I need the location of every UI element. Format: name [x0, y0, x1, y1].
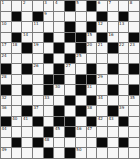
white-cell[interactable]	[129, 106, 139, 116]
black-cell	[65, 33, 75, 43]
black-cell	[65, 1, 75, 11]
clue-number: 32	[2, 96, 7, 101]
black-cell	[44, 75, 54, 85]
black-cell	[87, 22, 97, 32]
white-cell[interactable]	[119, 148, 129, 158]
clue-number: 2	[23, 1, 26, 6]
white-cell[interactable]	[129, 127, 139, 137]
clue-number: 36	[2, 106, 7, 111]
white-cell[interactable]: 16	[108, 33, 118, 43]
white-cell[interactable]: 1	[1, 1, 11, 11]
black-cell	[119, 117, 129, 127]
clue-number: 41	[23, 117, 28, 122]
white-cell[interactable]	[65, 43, 75, 53]
black-cell	[108, 106, 118, 116]
white-cell[interactable]	[22, 75, 32, 85]
white-cell[interactable]	[87, 54, 97, 64]
black-cell	[33, 138, 43, 148]
clue-number: 38	[87, 106, 92, 111]
white-cell[interactable]	[76, 117, 86, 127]
clue-number: 37	[34, 106, 39, 111]
clue-number: 1	[2, 1, 5, 6]
clue-number: 31	[87, 85, 92, 90]
black-cell	[76, 33, 86, 43]
clue-number: 18	[12, 43, 17, 48]
white-cell[interactable]	[54, 54, 64, 64]
white-cell[interactable]	[22, 138, 32, 148]
white-cell[interactable]	[33, 1, 43, 11]
white-cell[interactable]: 12	[97, 22, 107, 32]
white-cell[interactable]: 48	[44, 138, 54, 148]
white-cell[interactable]	[54, 33, 64, 43]
black-cell	[44, 33, 54, 43]
white-cell[interactable]: 44	[1, 127, 11, 137]
white-cell[interactable]	[65, 85, 75, 95]
clue-number: 30	[55, 85, 60, 90]
black-cell	[108, 85, 118, 95]
white-cell[interactable]	[119, 1, 129, 11]
clue-number: 44	[2, 127, 7, 132]
black-cell	[129, 33, 139, 43]
clue-number: 5	[76, 1, 79, 6]
white-cell[interactable]: 41	[22, 117, 32, 127]
white-cell[interactable]: 31	[87, 85, 97, 95]
white-cell[interactable]: 39	[119, 106, 129, 116]
clue-number: 28	[2, 75, 7, 80]
white-cell[interactable]	[97, 54, 107, 64]
white-cell[interactable]: 2	[22, 1, 32, 11]
white-cell[interactable]: 22	[119, 43, 129, 53]
white-cell[interactable]: 3	[44, 1, 54, 11]
white-cell[interactable]	[119, 33, 129, 43]
white-cell[interactable]	[119, 54, 129, 64]
white-cell[interactable]: 45	[54, 127, 64, 137]
white-cell[interactable]	[12, 127, 22, 137]
white-cell[interactable]: 34	[97, 96, 107, 106]
white-cell[interactable]: 28	[1, 75, 11, 85]
white-cell[interactable]: 32	[1, 96, 11, 106]
white-cell[interactable]	[44, 43, 54, 53]
white-cell[interactable]	[119, 96, 129, 106]
white-cell[interactable]: 49	[1, 148, 11, 158]
white-cell[interactable]: 30	[54, 85, 64, 95]
black-cell	[22, 85, 32, 95]
white-cell[interactable]	[119, 85, 129, 95]
white-cell[interactable]	[12, 75, 22, 85]
white-cell[interactable]	[22, 127, 32, 137]
black-cell	[54, 43, 64, 53]
white-cell[interactable]	[22, 12, 32, 22]
white-cell[interactable]: 8	[129, 1, 139, 11]
white-cell[interactable]: 18	[12, 43, 22, 53]
white-cell[interactable]	[33, 33, 43, 43]
black-cell	[129, 85, 139, 95]
white-cell[interactable]	[65, 106, 75, 116]
white-cell[interactable]	[1, 138, 11, 148]
white-cell[interactable]	[44, 117, 54, 127]
white-cell[interactable]	[1, 33, 11, 43]
black-cell	[129, 64, 139, 74]
white-cell[interactable]: 40	[12, 117, 22, 127]
black-cell	[87, 1, 97, 11]
black-cell	[76, 43, 86, 53]
white-cell[interactable]: 5	[76, 1, 86, 11]
clue-number: 46	[76, 127, 81, 132]
black-cell	[119, 138, 129, 148]
black-cell	[44, 127, 54, 137]
black-cell	[44, 148, 54, 158]
white-cell[interactable]: 33	[44, 96, 54, 106]
black-cell	[108, 64, 118, 74]
clue-number: 16	[108, 33, 113, 38]
clue-number: 39	[119, 106, 124, 111]
clue-number: 40	[12, 117, 17, 122]
black-cell	[44, 54, 54, 64]
clue-number: 35	[130, 96, 135, 101]
white-cell[interactable]	[129, 148, 139, 158]
clue-number: 10	[2, 22, 7, 27]
white-cell[interactable]	[97, 64, 107, 74]
white-cell[interactable]	[33, 127, 43, 137]
white-cell[interactable]	[12, 85, 22, 95]
white-cell[interactable]: 21	[97, 43, 107, 53]
white-cell[interactable]	[22, 54, 32, 64]
white-cell[interactable]	[65, 138, 75, 148]
clue-number: 26	[34, 64, 39, 69]
clue-number: 25	[76, 54, 81, 59]
white-cell[interactable]	[108, 138, 118, 148]
clue-number: 42	[98, 117, 103, 122]
white-cell[interactable]	[33, 54, 43, 64]
black-cell	[33, 117, 43, 127]
white-cell[interactable]	[12, 22, 22, 32]
white-cell[interactable]	[33, 96, 43, 106]
white-cell[interactable]	[54, 138, 64, 148]
white-cell[interactable]	[54, 96, 64, 106]
clue-number: 47	[87, 127, 92, 132]
white-cell[interactable]	[12, 1, 22, 11]
white-cell[interactable]	[108, 22, 118, 32]
crossword-grid: 1234567891011121314151617181920212223242…	[0, 0, 140, 159]
clue-number: 12	[98, 22, 103, 27]
white-cell[interactable]	[12, 148, 22, 158]
white-cell[interactable]: 42	[97, 117, 107, 127]
white-cell[interactable]	[97, 85, 107, 95]
white-cell[interactable]: 15	[87, 33, 97, 43]
black-cell	[65, 148, 75, 158]
black-cell	[76, 85, 86, 95]
white-cell[interactable]: 50	[76, 148, 86, 158]
white-cell[interactable]	[87, 138, 97, 148]
white-cell[interactable]	[129, 22, 139, 32]
white-cell[interactable]	[12, 64, 22, 74]
clue-number: 8	[130, 1, 133, 6]
black-cell	[22, 43, 32, 53]
black-cell	[87, 117, 97, 127]
white-cell[interactable]	[44, 106, 54, 116]
white-cell[interactable]	[97, 127, 107, 137]
white-cell[interactable]	[129, 75, 139, 85]
white-cell[interactable]: 10	[1, 22, 11, 32]
clue-number: 13	[119, 22, 124, 27]
white-cell[interactable]	[76, 64, 86, 74]
white-cell[interactable]: 37	[33, 106, 43, 116]
white-cell[interactable]	[108, 75, 118, 85]
black-cell	[22, 64, 32, 74]
clue-number: 50	[76, 148, 81, 153]
white-cell[interactable]	[108, 148, 118, 158]
white-cell[interactable]	[22, 148, 32, 158]
black-cell	[97, 12, 107, 22]
black-cell	[12, 12, 22, 22]
clue-number: 24	[2, 54, 7, 59]
black-cell	[76, 106, 86, 116]
clue-number: 17	[2, 43, 7, 48]
black-cell	[1, 85, 11, 95]
white-cell[interactable]: 20	[87, 43, 97, 53]
white-cell[interactable]	[129, 117, 139, 127]
white-cell[interactable]	[33, 85, 43, 95]
white-cell[interactable]	[65, 12, 75, 22]
clue-number: 7	[108, 1, 111, 6]
white-cell[interactable]	[12, 106, 22, 116]
white-cell[interactable]: 43	[108, 117, 118, 127]
white-cell[interactable]: 23	[129, 43, 139, 53]
black-cell	[33, 12, 43, 22]
clue-number: 33	[44, 96, 49, 101]
white-cell[interactable]: 26	[33, 64, 43, 74]
clue-number: 43	[108, 117, 113, 122]
white-cell[interactable]: 19	[33, 43, 43, 53]
clue-number: 45	[55, 127, 60, 132]
white-cell[interactable]	[108, 54, 118, 64]
clue-number: 14	[23, 33, 28, 38]
white-cell[interactable]	[119, 64, 129, 74]
white-cell[interactable]	[129, 54, 139, 64]
white-cell[interactable]: 6	[97, 1, 107, 11]
white-cell[interactable]: 4	[54, 1, 64, 11]
white-cell[interactable]	[44, 22, 54, 32]
clue-number: 49	[2, 148, 7, 153]
black-cell	[87, 96, 97, 106]
black-cell	[108, 43, 118, 53]
white-cell[interactable]	[97, 106, 107, 116]
clue-number: 21	[98, 43, 103, 48]
black-cell	[12, 138, 22, 148]
white-cell[interactable]	[33, 75, 43, 85]
clue-number: 27	[66, 64, 71, 69]
white-cell[interactable]: 17	[1, 43, 11, 53]
white-cell[interactable]: 24	[1, 54, 11, 64]
white-cell[interactable]	[108, 12, 118, 22]
white-cell[interactable]	[22, 22, 32, 32]
white-cell[interactable]: 36	[1, 106, 11, 116]
clue-number: 15	[87, 33, 92, 38]
white-cell[interactable]: 47	[87, 127, 97, 137]
black-cell	[76, 75, 86, 85]
white-cell[interactable]	[44, 64, 54, 74]
white-cell[interactable]: 13	[119, 22, 129, 32]
white-cell[interactable]: 35	[129, 96, 139, 106]
clue-number: 48	[44, 138, 49, 143]
clue-number: 19	[34, 43, 39, 48]
black-cell	[44, 85, 54, 95]
black-cell	[1, 64, 11, 74]
white-cell[interactable]: 9	[44, 12, 54, 22]
white-cell[interactable]	[87, 12, 97, 22]
white-cell[interactable]	[65, 75, 75, 85]
white-cell[interactable]: 38	[87, 106, 97, 116]
black-cell	[1, 117, 11, 127]
clue-number: 6	[98, 1, 101, 6]
clue-number: 11	[34, 22, 39, 27]
white-cell[interactable]	[22, 96, 32, 106]
black-cell	[65, 117, 75, 127]
white-cell[interactable]: 11	[33, 22, 43, 32]
clue-number: 3	[44, 1, 47, 6]
white-cell[interactable]	[76, 12, 86, 22]
white-cell[interactable]	[129, 12, 139, 22]
clue-number: 20	[87, 43, 92, 48]
white-cell[interactable]	[87, 148, 97, 158]
black-cell	[97, 138, 107, 148]
black-cell	[54, 75, 64, 85]
white-cell[interactable]	[1, 12, 11, 22]
black-cell	[54, 117, 64, 127]
clue-number: 22	[119, 43, 124, 48]
white-cell[interactable]	[54, 22, 64, 32]
white-cell[interactable]: 46	[76, 127, 86, 137]
white-cell[interactable]	[97, 148, 107, 158]
white-cell[interactable]	[129, 138, 139, 148]
white-cell[interactable]	[108, 96, 118, 106]
clue-number: 9	[44, 12, 47, 17]
white-cell[interactable]	[12, 54, 22, 64]
clue-number: 23	[130, 43, 135, 48]
black-cell	[87, 75, 97, 85]
black-cell	[12, 33, 22, 43]
white-cell[interactable]	[12, 96, 22, 106]
white-cell[interactable]: 25	[76, 54, 86, 64]
white-cell[interactable]: 14	[22, 33, 32, 43]
black-cell	[65, 22, 75, 32]
clue-number: 4	[55, 1, 58, 6]
clue-number: 34	[98, 96, 103, 101]
black-cell	[65, 54, 75, 64]
white-cell[interactable]	[54, 12, 64, 22]
black-cell	[54, 64, 64, 74]
white-cell[interactable]: 29	[97, 75, 107, 85]
white-cell[interactable]	[119, 127, 129, 137]
white-cell[interactable]: 27	[65, 64, 75, 74]
black-cell	[97, 33, 107, 43]
white-cell[interactable]: 7	[108, 1, 118, 11]
white-cell[interactable]	[76, 22, 86, 32]
white-cell[interactable]	[119, 75, 129, 85]
black-cell	[54, 106, 64, 116]
black-cell	[119, 12, 129, 22]
clue-number: 29	[98, 75, 103, 80]
white-cell[interactable]	[54, 148, 64, 158]
black-cell	[87, 64, 97, 74]
black-cell	[65, 127, 75, 137]
white-cell[interactable]	[76, 96, 86, 106]
black-cell	[65, 96, 75, 106]
white-cell[interactable]	[76, 138, 86, 148]
black-cell	[22, 106, 32, 116]
white-cell[interactable]	[108, 127, 118, 137]
white-cell[interactable]	[33, 148, 43, 158]
